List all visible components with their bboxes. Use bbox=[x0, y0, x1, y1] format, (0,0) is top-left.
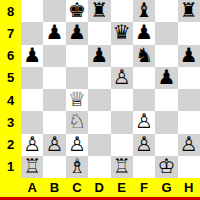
white-bishop-icon: ♗ bbox=[68, 156, 86, 176]
square-f4[interactable] bbox=[133, 89, 155, 111]
square-f8[interactable]: ♝ bbox=[133, 0, 155, 22]
white-queen-icon: ♕ bbox=[68, 89, 86, 109]
white-king-icon: ♔ bbox=[157, 156, 175, 176]
square-f5[interactable] bbox=[133, 67, 155, 89]
square-d6[interactable]: ♟ bbox=[88, 45, 110, 67]
file-label-d: D bbox=[88, 178, 110, 197]
square-c5[interactable] bbox=[66, 67, 88, 89]
square-h4[interactable] bbox=[178, 89, 200, 111]
file-label-h: H bbox=[178, 178, 200, 197]
square-g7[interactable] bbox=[155, 22, 177, 44]
black-queen-icon: ♛ bbox=[113, 22, 131, 42]
white-rook-icon: ♖ bbox=[23, 156, 41, 176]
square-c3[interactable]: ♘ bbox=[66, 111, 88, 133]
square-a5[interactable] bbox=[21, 67, 43, 89]
square-e7[interactable]: ♛ bbox=[111, 22, 133, 44]
square-d1[interactable] bbox=[88, 156, 110, 178]
rank-label-8: 8 bbox=[0, 0, 21, 22]
black-pawn-icon: ♟ bbox=[90, 45, 108, 65]
square-b5[interactable] bbox=[43, 67, 65, 89]
square-d7[interactable] bbox=[88, 22, 110, 44]
file-label-e: E bbox=[111, 178, 133, 197]
white-pawn-icon: ♙ bbox=[68, 134, 86, 154]
square-d2[interactable] bbox=[88, 134, 110, 156]
file-label-g: G bbox=[155, 178, 177, 197]
square-c2[interactable]: ♙ bbox=[66, 134, 88, 156]
square-b8[interactable] bbox=[43, 0, 65, 22]
square-g4[interactable] bbox=[155, 89, 177, 111]
square-f7[interactable]: ♟ bbox=[133, 22, 155, 44]
square-h5[interactable] bbox=[178, 67, 200, 89]
square-a3[interactable] bbox=[21, 111, 43, 133]
rank-label-3: 3 bbox=[0, 111, 21, 133]
square-f3[interactable]: ♙ bbox=[133, 111, 155, 133]
white-pawn-icon: ♙ bbox=[135, 134, 153, 154]
white-pawn-icon: ♙ bbox=[46, 134, 64, 154]
square-g5[interactable]: ♟ bbox=[155, 67, 177, 89]
square-d4[interactable] bbox=[88, 89, 110, 111]
white-pawn-icon: ♙ bbox=[135, 111, 153, 131]
square-f6[interactable]: ♞ bbox=[133, 45, 155, 67]
black-bishop-icon: ♝ bbox=[135, 0, 153, 20]
rank-label-7: 7 bbox=[0, 22, 21, 44]
square-h6[interactable]: ♟ bbox=[178, 45, 200, 67]
square-a1[interactable]: ♖ bbox=[21, 156, 43, 178]
square-e1[interactable]: ♖ bbox=[111, 156, 133, 178]
rank-label-5: 5 bbox=[0, 67, 21, 89]
square-g3[interactable] bbox=[155, 111, 177, 133]
square-b1[interactable] bbox=[43, 156, 65, 178]
square-e3[interactable] bbox=[111, 111, 133, 133]
square-c6[interactable] bbox=[66, 45, 88, 67]
black-pawn-icon: ♟ bbox=[46, 22, 64, 42]
square-e6[interactable] bbox=[111, 45, 133, 67]
black-knight-icon: ♞ bbox=[135, 45, 153, 65]
square-b6[interactable] bbox=[43, 45, 65, 67]
chess-board-widget: 8♚♜♝♜7♟♟♛♟6♟♟♞♟5♙♟4♕3♘♙2♙♙♙♙♙1♖♗♖♔ABCDEF… bbox=[0, 0, 200, 200]
square-e5[interactable]: ♙ bbox=[111, 67, 133, 89]
white-pawn-icon: ♙ bbox=[113, 67, 131, 87]
square-g6[interactable] bbox=[155, 45, 177, 67]
file-label-b: B bbox=[43, 178, 65, 197]
corner-cell bbox=[0, 178, 21, 197]
square-h1[interactable] bbox=[178, 156, 200, 178]
square-h3[interactable] bbox=[178, 111, 200, 133]
black-pawn-icon: ♟ bbox=[23, 45, 41, 65]
square-a6[interactable]: ♟ bbox=[21, 45, 43, 67]
square-f2[interactable]: ♙ bbox=[133, 134, 155, 156]
square-b7[interactable]: ♟ bbox=[43, 22, 65, 44]
square-g1[interactable]: ♔ bbox=[155, 156, 177, 178]
file-label-f: F bbox=[133, 178, 155, 197]
square-b4[interactable] bbox=[43, 89, 65, 111]
square-d8[interactable]: ♜ bbox=[88, 0, 110, 22]
square-b2[interactable]: ♙ bbox=[43, 134, 65, 156]
square-h7[interactable] bbox=[178, 22, 200, 44]
square-e4[interactable] bbox=[111, 89, 133, 111]
rank-label-2: 2 bbox=[0, 134, 21, 156]
black-pawn-icon: ♟ bbox=[157, 67, 175, 87]
square-a2[interactable]: ♙ bbox=[21, 134, 43, 156]
square-c4[interactable]: ♕ bbox=[66, 89, 88, 111]
rank-label-6: 6 bbox=[0, 45, 21, 67]
white-rook-icon: ♖ bbox=[113, 156, 131, 176]
square-c7[interactable]: ♟ bbox=[66, 22, 88, 44]
square-b3[interactable] bbox=[43, 111, 65, 133]
black-pawn-icon: ♟ bbox=[135, 22, 153, 42]
square-d3[interactable] bbox=[88, 111, 110, 133]
white-pawn-icon: ♙ bbox=[180, 134, 198, 154]
black-pawn-icon: ♟ bbox=[68, 22, 86, 42]
file-label-c: C bbox=[66, 178, 88, 197]
square-d5[interactable] bbox=[88, 67, 110, 89]
square-h8[interactable]: ♜ bbox=[178, 0, 200, 22]
white-knight-icon: ♘ bbox=[68, 111, 86, 131]
rank-label-1: 1 bbox=[0, 156, 21, 178]
square-f1[interactable] bbox=[133, 156, 155, 178]
square-a8[interactable] bbox=[21, 0, 43, 22]
square-g2[interactable] bbox=[155, 134, 177, 156]
white-pawn-icon: ♙ bbox=[23, 134, 41, 154]
square-e8[interactable] bbox=[111, 0, 133, 22]
square-a4[interactable] bbox=[21, 89, 43, 111]
black-pawn-icon: ♟ bbox=[180, 45, 198, 65]
black-rook-icon: ♜ bbox=[90, 0, 108, 20]
chess-board: 8♚♜♝♜7♟♟♛♟6♟♟♞♟5♙♟4♕3♘♙2♙♙♙♙♙1♖♗♖♔ABCDEF… bbox=[0, 0, 200, 197]
black-king-icon: ♚ bbox=[68, 0, 86, 20]
square-h2[interactable]: ♙ bbox=[178, 134, 200, 156]
square-c1[interactable]: ♗ bbox=[66, 156, 88, 178]
file-label-a: A bbox=[21, 178, 43, 197]
rank-label-4: 4 bbox=[0, 89, 21, 111]
square-a7[interactable] bbox=[21, 22, 43, 44]
square-c8[interactable]: ♚ bbox=[66, 0, 88, 22]
square-e2[interactable] bbox=[111, 134, 133, 156]
black-rook-icon: ♜ bbox=[180, 0, 198, 20]
square-g8[interactable] bbox=[155, 0, 177, 22]
